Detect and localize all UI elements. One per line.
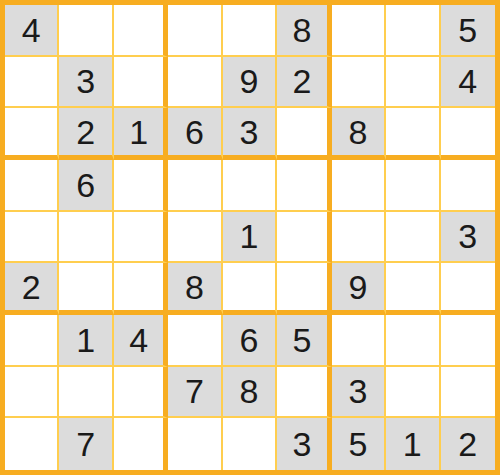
- cell-r2c5[interactable]: 9: [223, 57, 277, 109]
- cell-r7c5[interactable]: 6: [223, 315, 277, 367]
- cell-r4c5[interactable]: [223, 160, 277, 212]
- cell-r3c4[interactable]: 6: [168, 108, 222, 160]
- cell-r2c9[interactable]: 4: [441, 57, 495, 109]
- cell-r2c6[interactable]: 2: [277, 57, 331, 109]
- cell-r5c1[interactable]: [5, 212, 59, 264]
- cell-r1c2[interactable]: [59, 5, 113, 57]
- cell-r9c3[interactable]: [114, 418, 168, 470]
- sudoku-board: 485392421638613289146578373512: [0, 0, 500, 475]
- cell-r8c4[interactable]: 7: [168, 367, 222, 419]
- cell-r2c3[interactable]: [114, 57, 168, 109]
- cell-r7c8[interactable]: [386, 315, 440, 367]
- cell-r9c4[interactable]: [168, 418, 222, 470]
- cell-r1c3[interactable]: [114, 5, 168, 57]
- cell-r6c6[interactable]: [277, 263, 331, 315]
- cell-r5c7[interactable]: [332, 212, 386, 264]
- cell-r8c7[interactable]: 3: [332, 367, 386, 419]
- cell-r1c8[interactable]: [386, 5, 440, 57]
- cell-r1c5[interactable]: [223, 5, 277, 57]
- cell-r1c4[interactable]: [168, 5, 222, 57]
- cell-r4c1[interactable]: [5, 160, 59, 212]
- cell-r5c5[interactable]: 1: [223, 212, 277, 264]
- cell-r3c1[interactable]: [5, 108, 59, 160]
- cell-r9c8[interactable]: 1: [386, 418, 440, 470]
- cell-r1c6[interactable]: 8: [277, 5, 331, 57]
- cell-r2c1[interactable]: [5, 57, 59, 109]
- cell-r4c3[interactable]: [114, 160, 168, 212]
- cell-r7c3[interactable]: 4: [114, 315, 168, 367]
- cell-r7c9[interactable]: [441, 315, 495, 367]
- cell-r3c3[interactable]: 1: [114, 108, 168, 160]
- cell-r1c9[interactable]: 5: [441, 5, 495, 57]
- cell-r8c8[interactable]: [386, 367, 440, 419]
- cell-r9c1[interactable]: [5, 418, 59, 470]
- cell-r8c9[interactable]: [441, 367, 495, 419]
- cell-r7c4[interactable]: [168, 315, 222, 367]
- cell-r4c9[interactable]: [441, 160, 495, 212]
- cell-r3c7[interactable]: 8: [332, 108, 386, 160]
- cell-r3c2[interactable]: 2: [59, 108, 113, 160]
- cell-r1c7[interactable]: [332, 5, 386, 57]
- cell-r6c9[interactable]: [441, 263, 495, 315]
- cell-r3c9[interactable]: [441, 108, 495, 160]
- cell-r6c3[interactable]: [114, 263, 168, 315]
- cell-r8c2[interactable]: [59, 367, 113, 419]
- cell-r8c6[interactable]: [277, 367, 331, 419]
- cell-r8c1[interactable]: [5, 367, 59, 419]
- cell-r7c1[interactable]: [5, 315, 59, 367]
- cell-r2c7[interactable]: [332, 57, 386, 109]
- cell-r8c5[interactable]: 8: [223, 367, 277, 419]
- cell-r6c8[interactable]: [386, 263, 440, 315]
- cell-r2c8[interactable]: [386, 57, 440, 109]
- cell-r6c5[interactable]: [223, 263, 277, 315]
- cell-r3c5[interactable]: 3: [223, 108, 277, 160]
- cell-r1c1[interactable]: 4: [5, 5, 59, 57]
- cell-r6c7[interactable]: 9: [332, 263, 386, 315]
- cell-r6c1[interactable]: 2: [5, 263, 59, 315]
- cell-r4c8[interactable]: [386, 160, 440, 212]
- cell-r5c8[interactable]: [386, 212, 440, 264]
- cell-r9c5[interactable]: [223, 418, 277, 470]
- cell-r8c3[interactable]: [114, 367, 168, 419]
- cell-r5c2[interactable]: [59, 212, 113, 264]
- cell-r4c6[interactable]: [277, 160, 331, 212]
- cell-r6c4[interactable]: 8: [168, 263, 222, 315]
- cell-r7c6[interactable]: 5: [277, 315, 331, 367]
- cell-r5c4[interactable]: [168, 212, 222, 264]
- cell-r5c6[interactable]: [277, 212, 331, 264]
- cell-r6c2[interactable]: [59, 263, 113, 315]
- cell-r9c6[interactable]: 3: [277, 418, 331, 470]
- cell-r7c7[interactable]: [332, 315, 386, 367]
- cell-r7c2[interactable]: 1: [59, 315, 113, 367]
- cell-r9c9[interactable]: 2: [441, 418, 495, 470]
- cell-r4c4[interactable]: [168, 160, 222, 212]
- cell-r2c2[interactable]: 3: [59, 57, 113, 109]
- cell-r2c4[interactable]: [168, 57, 222, 109]
- cell-r9c7[interactable]: 5: [332, 418, 386, 470]
- cell-r3c8[interactable]: [386, 108, 440, 160]
- cell-r4c7[interactable]: [332, 160, 386, 212]
- cell-r5c3[interactable]: [114, 212, 168, 264]
- cell-r3c6[interactable]: [277, 108, 331, 160]
- cell-r9c2[interactable]: 7: [59, 418, 113, 470]
- cell-r5c9[interactable]: 3: [441, 212, 495, 264]
- cell-r4c2[interactable]: 6: [59, 160, 113, 212]
